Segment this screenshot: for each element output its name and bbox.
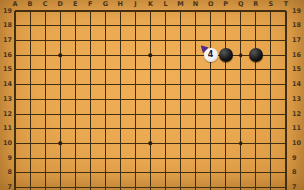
move-number-label: 4 bbox=[208, 51, 214, 59]
intersection-R14[interactable] bbox=[248, 77, 263, 92]
intersection-P18[interactable] bbox=[218, 18, 233, 33]
intersection-T17[interactable] bbox=[278, 33, 293, 48]
intersection-M15[interactable] bbox=[173, 63, 188, 78]
intersection-T7[interactable] bbox=[278, 180, 293, 190]
intersection-M10[interactable] bbox=[173, 136, 188, 151]
intersection-S17[interactable] bbox=[263, 33, 278, 48]
intersection-T8[interactable] bbox=[278, 166, 293, 181]
intersection-C9[interactable] bbox=[38, 151, 53, 166]
intersection-O18[interactable] bbox=[203, 18, 218, 33]
intersection-S16[interactable] bbox=[263, 48, 278, 63]
intersection-J15[interactable] bbox=[128, 63, 143, 78]
intersection-H18[interactable] bbox=[113, 18, 128, 33]
intersection-T16[interactable] bbox=[278, 48, 293, 63]
intersection-E19[interactable] bbox=[68, 4, 83, 19]
intersection-O14[interactable] bbox=[203, 77, 218, 92]
intersection-S7[interactable] bbox=[263, 180, 278, 190]
intersection-D7[interactable] bbox=[53, 180, 68, 190]
intersection-B19[interactable] bbox=[23, 4, 38, 19]
intersection-E8[interactable] bbox=[68, 166, 83, 181]
intersection-C17[interactable] bbox=[38, 33, 53, 48]
intersection-H19[interactable] bbox=[113, 4, 128, 19]
intersection-P16[interactable] bbox=[218, 48, 233, 63]
intersection-Q17[interactable] bbox=[233, 33, 248, 48]
intersection-D18[interactable] bbox=[53, 18, 68, 33]
intersection-N14[interactable] bbox=[188, 77, 203, 92]
intersection-J7[interactable] bbox=[128, 180, 143, 190]
intersection-N12[interactable] bbox=[188, 107, 203, 122]
intersection-Q12[interactable] bbox=[233, 107, 248, 122]
intersection-P8[interactable] bbox=[218, 166, 233, 181]
intersection-N8[interactable] bbox=[188, 166, 203, 181]
intersection-G17[interactable] bbox=[98, 33, 113, 48]
intersection-D13[interactable] bbox=[53, 92, 68, 107]
intersection-K15[interactable] bbox=[143, 63, 158, 78]
intersection-F19[interactable] bbox=[83, 4, 98, 19]
intersection-E7[interactable] bbox=[68, 180, 83, 190]
intersection-F18[interactable] bbox=[83, 18, 98, 33]
intersection-Q7[interactable] bbox=[233, 180, 248, 190]
intersection-K10[interactable] bbox=[143, 136, 158, 151]
intersection-L18[interactable] bbox=[158, 18, 173, 33]
intersection-J19[interactable] bbox=[128, 4, 143, 19]
intersection-G19[interactable] bbox=[98, 4, 113, 19]
intersection-K17[interactable] bbox=[143, 33, 158, 48]
intersection-R17[interactable] bbox=[248, 33, 263, 48]
intersection-P10[interactable] bbox=[218, 136, 233, 151]
go-board-screen: 4 ABCDEFGHJKLMNOPQRST1919181817171616151… bbox=[0, 0, 304, 190]
intersection-M9[interactable] bbox=[173, 151, 188, 166]
intersection-S8[interactable] bbox=[263, 166, 278, 181]
intersection-S11[interactable] bbox=[263, 121, 278, 136]
intersection-E10[interactable] bbox=[68, 136, 83, 151]
intersection-D19[interactable] bbox=[53, 4, 68, 19]
intersection-D9[interactable] bbox=[53, 151, 68, 166]
intersection-E14[interactable] bbox=[68, 77, 83, 92]
intersection-N16[interactable] bbox=[188, 48, 203, 63]
intersection-A18[interactable] bbox=[7, 18, 22, 33]
intersection-P9[interactable] bbox=[218, 151, 233, 166]
intersection-F9[interactable] bbox=[83, 151, 98, 166]
intersection-K16[interactable] bbox=[143, 48, 158, 63]
intersection-H10[interactable] bbox=[113, 136, 128, 151]
intersection-C15[interactable] bbox=[38, 63, 53, 78]
star-point-K10 bbox=[149, 142, 153, 146]
intersection-A19[interactable] bbox=[7, 4, 22, 19]
intersection-O19[interactable] bbox=[203, 4, 218, 19]
intersection-P7[interactable] bbox=[218, 180, 233, 190]
intersection-A14[interactable] bbox=[7, 77, 22, 92]
intersection-N13[interactable] bbox=[188, 92, 203, 107]
intersection-L11[interactable] bbox=[158, 121, 173, 136]
intersection-T18[interactable] bbox=[278, 18, 293, 33]
intersection-F11[interactable] bbox=[83, 121, 98, 136]
intersection-O7[interactable] bbox=[203, 180, 218, 190]
intersection-O13[interactable] bbox=[203, 92, 218, 107]
intersection-B13[interactable] bbox=[23, 92, 38, 107]
intersection-O16[interactable]: 4 bbox=[203, 48, 218, 63]
intersection-E18[interactable] bbox=[68, 18, 83, 33]
intersection-M19[interactable] bbox=[173, 4, 188, 19]
intersection-J10[interactable] bbox=[128, 136, 143, 151]
intersection-T13[interactable] bbox=[278, 92, 293, 107]
intersection-G13[interactable] bbox=[98, 92, 113, 107]
stone-white-O16: 4 bbox=[204, 48, 218, 62]
intersection-L7[interactable] bbox=[158, 180, 173, 190]
intersection-M18[interactable] bbox=[173, 18, 188, 33]
intersection-L9[interactable] bbox=[158, 151, 173, 166]
go-board[interactable]: 4 bbox=[7, 4, 293, 190]
intersection-A15[interactable] bbox=[7, 63, 22, 78]
intersection-Q16[interactable] bbox=[233, 48, 248, 63]
intersection-A7[interactable] bbox=[7, 180, 22, 190]
intersection-H15[interactable] bbox=[113, 63, 128, 78]
intersection-M7[interactable] bbox=[173, 180, 188, 190]
intersection-L16[interactable] bbox=[158, 48, 173, 63]
intersection-K19[interactable] bbox=[143, 4, 158, 19]
intersection-L10[interactable] bbox=[158, 136, 173, 151]
intersection-J9[interactable] bbox=[128, 151, 143, 166]
intersection-P11[interactable] bbox=[218, 121, 233, 136]
intersection-D8[interactable] bbox=[53, 166, 68, 181]
intersection-C18[interactable] bbox=[38, 18, 53, 33]
intersection-N19[interactable] bbox=[188, 4, 203, 19]
intersection-J12[interactable] bbox=[128, 107, 143, 122]
intersection-P13[interactable] bbox=[218, 92, 233, 107]
intersection-Q15[interactable] bbox=[233, 63, 248, 78]
intersection-T9[interactable] bbox=[278, 151, 293, 166]
intersection-B7[interactable] bbox=[23, 180, 38, 190]
star-point-D10 bbox=[58, 142, 62, 146]
intersection-C19[interactable] bbox=[38, 4, 53, 19]
intersection-F8[interactable] bbox=[83, 166, 98, 181]
intersection-H11[interactable] bbox=[113, 121, 128, 136]
intersection-L14[interactable] bbox=[158, 77, 173, 92]
intersection-Q8[interactable] bbox=[233, 166, 248, 181]
intersection-B18[interactable] bbox=[23, 18, 38, 33]
intersection-C8[interactable] bbox=[38, 166, 53, 181]
intersection-R18[interactable] bbox=[248, 18, 263, 33]
intersection-S15[interactable] bbox=[263, 63, 278, 78]
intersection-R10[interactable] bbox=[248, 136, 263, 151]
intersection-E15[interactable] bbox=[68, 63, 83, 78]
intersection-Q18[interactable] bbox=[233, 18, 248, 33]
star-point-Q16 bbox=[239, 53, 243, 57]
star-point-D16 bbox=[58, 53, 62, 57]
intersection-D12[interactable] bbox=[53, 107, 68, 122]
intersection-B11[interactable] bbox=[23, 121, 38, 136]
intersection-G14[interactable] bbox=[98, 77, 113, 92]
intersection-F16[interactable] bbox=[83, 48, 98, 63]
intersection-E17[interactable] bbox=[68, 33, 83, 48]
intersection-P17[interactable] bbox=[218, 33, 233, 48]
intersection-H17[interactable] bbox=[113, 33, 128, 48]
intersection-F15[interactable] bbox=[83, 63, 98, 78]
intersection-T19[interactable] bbox=[278, 4, 293, 19]
intersection-L12[interactable] bbox=[158, 107, 173, 122]
intersection-T15[interactable] bbox=[278, 63, 293, 78]
intersection-F7[interactable] bbox=[83, 180, 98, 190]
intersection-O8[interactable] bbox=[203, 166, 218, 181]
intersection-L8[interactable] bbox=[158, 166, 173, 181]
intersection-G16[interactable] bbox=[98, 48, 113, 63]
intersection-L17[interactable] bbox=[158, 33, 173, 48]
intersection-A11[interactable] bbox=[7, 121, 22, 136]
intersection-O17[interactable] bbox=[203, 33, 218, 48]
intersection-N18[interactable] bbox=[188, 18, 203, 33]
intersection-M14[interactable] bbox=[173, 77, 188, 92]
intersection-F13[interactable] bbox=[83, 92, 98, 107]
intersection-M8[interactable] bbox=[173, 166, 188, 181]
intersection-D15[interactable] bbox=[53, 63, 68, 78]
star-point-Q10 bbox=[239, 142, 243, 146]
intersection-E12[interactable] bbox=[68, 107, 83, 122]
intersection-J8[interactable] bbox=[128, 166, 143, 181]
intersection-G12[interactable] bbox=[98, 107, 113, 122]
intersection-R12[interactable] bbox=[248, 107, 263, 122]
intersection-J13[interactable] bbox=[128, 92, 143, 107]
intersection-E11[interactable] bbox=[68, 121, 83, 136]
intersection-C10[interactable] bbox=[38, 136, 53, 151]
intersection-H9[interactable] bbox=[113, 151, 128, 166]
intersection-Q10[interactable] bbox=[233, 136, 248, 151]
intersection-M16[interactable] bbox=[173, 48, 188, 63]
intersection-E9[interactable] bbox=[68, 151, 83, 166]
intersection-R11[interactable] bbox=[248, 121, 263, 136]
intersection-S12[interactable] bbox=[263, 107, 278, 122]
intersection-O11[interactable] bbox=[203, 121, 218, 136]
intersection-H14[interactable] bbox=[113, 77, 128, 92]
intersection-G7[interactable] bbox=[98, 180, 113, 190]
intersection-G11[interactable] bbox=[98, 121, 113, 136]
intersection-K7[interactable] bbox=[143, 180, 158, 190]
intersection-S9[interactable] bbox=[263, 151, 278, 166]
intersection-N9[interactable] bbox=[188, 151, 203, 166]
intersection-K8[interactable] bbox=[143, 166, 158, 181]
intersection-A9[interactable] bbox=[7, 151, 22, 166]
intersection-K13[interactable] bbox=[143, 92, 158, 107]
intersection-S13[interactable] bbox=[263, 92, 278, 107]
intersection-R16[interactable] bbox=[248, 48, 263, 63]
intersection-H13[interactable] bbox=[113, 92, 128, 107]
intersection-A13[interactable] bbox=[7, 92, 22, 107]
intersection-P14[interactable] bbox=[218, 77, 233, 92]
intersection-D11[interactable] bbox=[53, 121, 68, 136]
intersection-G9[interactable] bbox=[98, 151, 113, 166]
intersection-B9[interactable] bbox=[23, 151, 38, 166]
intersection-Q13[interactable] bbox=[233, 92, 248, 107]
intersection-M13[interactable] bbox=[173, 92, 188, 107]
intersection-E16[interactable] bbox=[68, 48, 83, 63]
intersection-A10[interactable] bbox=[7, 136, 22, 151]
stone-black-P16 bbox=[219, 48, 233, 62]
intersection-J16[interactable] bbox=[128, 48, 143, 63]
intersection-D10[interactable] bbox=[53, 136, 68, 151]
intersection-P12[interactable] bbox=[218, 107, 233, 122]
intersection-C13[interactable] bbox=[38, 92, 53, 107]
intersection-B16[interactable] bbox=[23, 48, 38, 63]
intersection-K14[interactable] bbox=[143, 77, 158, 92]
intersection-N11[interactable] bbox=[188, 121, 203, 136]
intersection-B8[interactable] bbox=[23, 166, 38, 181]
intersection-T11[interactable] bbox=[278, 121, 293, 136]
stone-black-R16 bbox=[249, 48, 263, 62]
intersection-Q19[interactable] bbox=[233, 4, 248, 19]
intersection-F17[interactable] bbox=[83, 33, 98, 48]
intersection-Q14[interactable] bbox=[233, 77, 248, 92]
intersection-F10[interactable] bbox=[83, 136, 98, 151]
intersection-R13[interactable] bbox=[248, 92, 263, 107]
intersection-B12[interactable] bbox=[23, 107, 38, 122]
intersection-G18[interactable] bbox=[98, 18, 113, 33]
intersection-P19[interactable] bbox=[218, 4, 233, 19]
intersection-M17[interactable] bbox=[173, 33, 188, 48]
intersection-S14[interactable] bbox=[263, 77, 278, 92]
intersection-C7[interactable] bbox=[38, 180, 53, 190]
intersection-Q9[interactable] bbox=[233, 151, 248, 166]
intersection-L13[interactable] bbox=[158, 92, 173, 107]
intersection-B14[interactable] bbox=[23, 77, 38, 92]
intersection-L15[interactable] bbox=[158, 63, 173, 78]
intersection-J17[interactable] bbox=[128, 33, 143, 48]
intersection-N7[interactable] bbox=[188, 180, 203, 190]
intersection-H16[interactable] bbox=[113, 48, 128, 63]
intersection-N15[interactable] bbox=[188, 63, 203, 78]
intersection-H7[interactable] bbox=[113, 180, 128, 190]
intersection-B17[interactable] bbox=[23, 33, 38, 48]
intersection-K9[interactable] bbox=[143, 151, 158, 166]
intersection-A8[interactable] bbox=[7, 166, 22, 181]
intersection-R8[interactable] bbox=[248, 166, 263, 181]
intersection-S10[interactable] bbox=[263, 136, 278, 151]
intersection-G10[interactable] bbox=[98, 136, 113, 151]
intersection-O15[interactable] bbox=[203, 63, 218, 78]
intersection-S19[interactable] bbox=[263, 4, 278, 19]
intersection-H8[interactable] bbox=[113, 166, 128, 181]
star-point-K16 bbox=[149, 53, 153, 57]
intersection-O12[interactable] bbox=[203, 107, 218, 122]
intersection-B10[interactable] bbox=[23, 136, 38, 151]
intersection-C16[interactable] bbox=[38, 48, 53, 63]
intersection-C12[interactable] bbox=[38, 107, 53, 122]
intersection-K12[interactable] bbox=[143, 107, 158, 122]
intersection-G15[interactable] bbox=[98, 63, 113, 78]
intersection-K18[interactable] bbox=[143, 18, 158, 33]
intersection-N10[interactable] bbox=[188, 136, 203, 151]
intersection-E13[interactable] bbox=[68, 92, 83, 107]
intersection-R15[interactable] bbox=[248, 63, 263, 78]
intersection-M11[interactable] bbox=[173, 121, 188, 136]
intersection-S18[interactable] bbox=[263, 18, 278, 33]
intersection-J18[interactable] bbox=[128, 18, 143, 33]
intersection-T10[interactable] bbox=[278, 136, 293, 151]
intersection-L19[interactable] bbox=[158, 4, 173, 19]
intersection-D17[interactable] bbox=[53, 33, 68, 48]
intersection-A17[interactable] bbox=[7, 33, 22, 48]
intersection-A12[interactable] bbox=[7, 107, 22, 122]
intersection-B15[interactable] bbox=[23, 63, 38, 78]
intersection-T14[interactable] bbox=[278, 77, 293, 92]
intersection-C11[interactable] bbox=[38, 121, 53, 136]
intersection-O10[interactable] bbox=[203, 136, 218, 151]
intersection-O9[interactable] bbox=[203, 151, 218, 166]
intersection-M12[interactable] bbox=[173, 107, 188, 122]
intersection-Q11[interactable] bbox=[233, 121, 248, 136]
intersection-F14[interactable] bbox=[83, 77, 98, 92]
intersection-T12[interactable] bbox=[278, 107, 293, 122]
intersection-A16[interactable] bbox=[7, 48, 22, 63]
intersection-H12[interactable] bbox=[113, 107, 128, 122]
intersection-D16[interactable] bbox=[53, 48, 68, 63]
intersection-R9[interactable] bbox=[248, 151, 263, 166]
intersection-R7[interactable] bbox=[248, 180, 263, 190]
intersection-P15[interactable] bbox=[218, 63, 233, 78]
intersection-G8[interactable] bbox=[98, 166, 113, 181]
intersection-F12[interactable] bbox=[83, 107, 98, 122]
intersection-C14[interactable] bbox=[38, 77, 53, 92]
intersection-R19[interactable] bbox=[248, 4, 263, 19]
intersection-K11[interactable] bbox=[143, 121, 158, 136]
intersection-J11[interactable] bbox=[128, 121, 143, 136]
intersection-J14[interactable] bbox=[128, 77, 143, 92]
intersection-D14[interactable] bbox=[53, 77, 68, 92]
